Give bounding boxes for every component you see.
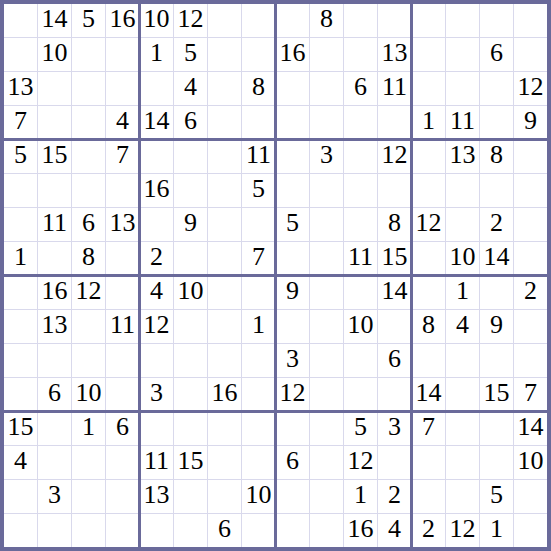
cell-r10c12[interactable]	[378, 310, 411, 343]
cell-r6c11[interactable]	[344, 174, 377, 207]
cell-r6c10[interactable]	[310, 174, 343, 207]
cell-r8c14[interactable]: 10	[446, 242, 479, 275]
cell-r9c13[interactable]	[412, 276, 445, 309]
cell-r4c4[interactable]: 4	[106, 106, 139, 139]
cell-r3c8[interactable]: 8	[242, 72, 275, 105]
cell-r1c9[interactable]	[276, 4, 309, 37]
cell-r4c12[interactable]	[378, 106, 411, 139]
cell-r5c11[interactable]	[344, 140, 377, 173]
cell-r16c4[interactable]	[106, 514, 139, 547]
cell-r11c2[interactable]	[38, 344, 71, 377]
cell-r12c8[interactable]	[242, 378, 275, 411]
cell-r8c4[interactable]	[106, 242, 139, 275]
cell-r8c13[interactable]	[412, 242, 445, 275]
cell-r14c4[interactable]	[106, 446, 139, 479]
cell-r2c5[interactable]: 1	[140, 38, 173, 71]
cell-r12c13[interactable]: 14	[412, 378, 445, 411]
cell-r6c5[interactable]: 16	[140, 174, 173, 207]
cell-r3c15[interactable]	[480, 72, 513, 105]
cell-r15c5[interactable]: 13	[140, 480, 173, 513]
cell-r6c14[interactable]	[446, 174, 479, 207]
cell-r16c16[interactable]	[514, 514, 547, 547]
cell-r16c6[interactable]	[174, 514, 207, 547]
cell-r8c9[interactable]	[276, 242, 309, 275]
cell-r6c1[interactable]	[4, 174, 37, 207]
cell-r13c11[interactable]: 5	[344, 412, 377, 445]
cell-r11c7[interactable]	[208, 344, 241, 377]
cell-r6c9[interactable]	[276, 174, 309, 207]
cell-r2c16[interactable]	[514, 38, 547, 71]
cell-r16c10[interactable]	[310, 514, 343, 547]
cell-r16c3[interactable]	[72, 514, 105, 547]
cell-r2c3[interactable]	[72, 38, 105, 71]
cell-r4c13[interactable]: 1	[412, 106, 445, 139]
cell-r4c9[interactable]	[276, 106, 309, 139]
cell-r4c10[interactable]	[310, 106, 343, 139]
cell-r14c13[interactable]	[412, 446, 445, 479]
cell-r7c10[interactable]	[310, 208, 343, 241]
cell-r3c2[interactable]	[38, 72, 71, 105]
cell-r12c11[interactable]	[344, 378, 377, 411]
cell-r5c8[interactable]: 11	[242, 140, 275, 173]
cell-r9c15[interactable]	[480, 276, 513, 309]
cell-r14c11[interactable]: 12	[344, 446, 377, 479]
cell-r1c12[interactable]	[378, 4, 411, 37]
cell-r13c16[interactable]: 14	[514, 412, 547, 445]
cell-r13c15[interactable]	[480, 412, 513, 445]
cell-r14c14[interactable]	[446, 446, 479, 479]
cell-r15c2[interactable]: 3	[38, 480, 71, 513]
cell-r2c1[interactable]	[4, 38, 37, 71]
cell-r9c16[interactable]: 2	[514, 276, 547, 309]
cell-r1c3[interactable]: 5	[72, 4, 105, 37]
cell-r2c4[interactable]	[106, 38, 139, 71]
cell-r5c15[interactable]: 8	[480, 140, 513, 173]
cell-r14c15[interactable]	[480, 446, 513, 479]
cell-r7c7[interactable]	[208, 208, 241, 241]
cell-r15c7[interactable]	[208, 480, 241, 513]
cell-r10c13[interactable]: 8	[412, 310, 445, 343]
cell-r4c8[interactable]	[242, 106, 275, 139]
cell-r9c5[interactable]: 4	[140, 276, 173, 309]
cell-r11c8[interactable]	[242, 344, 275, 377]
cell-r10c5[interactable]: 12	[140, 310, 173, 343]
cell-r13c1[interactable]: 15	[4, 412, 37, 445]
cell-r1c13[interactable]	[412, 4, 445, 37]
cell-r13c7[interactable]	[208, 412, 241, 445]
cell-r11c11[interactable]	[344, 344, 377, 377]
cell-r1c5[interactable]: 10	[140, 4, 173, 37]
cell-r3c13[interactable]	[412, 72, 445, 105]
cell-r3c4[interactable]	[106, 72, 139, 105]
cell-r8c5[interactable]: 2	[140, 242, 173, 275]
cell-r15c15[interactable]: 5	[480, 480, 513, 513]
cell-r5c14[interactable]: 13	[446, 140, 479, 173]
cell-r10c8[interactable]: 1	[242, 310, 275, 343]
cell-r12c9[interactable]: 12	[276, 378, 309, 411]
cell-r2c8[interactable]	[242, 38, 275, 71]
cell-r10c4[interactable]: 11	[106, 310, 139, 343]
cell-r16c5[interactable]	[140, 514, 173, 547]
cell-r13c14[interactable]	[446, 412, 479, 445]
cell-r3c14[interactable]	[446, 72, 479, 105]
cell-r15c11[interactable]: 1	[344, 480, 377, 513]
cell-r3c3[interactable]	[72, 72, 105, 105]
sudoku-grid: 1451610128101516136134861112741461119515…	[4, 4, 547, 547]
cell-r5c5[interactable]	[140, 140, 173, 173]
cell-r3c9[interactable]	[276, 72, 309, 105]
cell-r5c3[interactable]	[72, 140, 105, 173]
cell-r12c16[interactable]: 7	[514, 378, 547, 411]
cell-r8c3[interactable]: 8	[72, 242, 105, 275]
cell-r10c10[interactable]	[310, 310, 343, 343]
cell-r15c12[interactable]: 2	[378, 480, 411, 513]
cell-r9c11[interactable]	[344, 276, 377, 309]
cell-r6c4[interactable]	[106, 174, 139, 207]
cell-r12c10[interactable]	[310, 378, 343, 411]
cell-r15c10[interactable]	[310, 480, 343, 513]
cell-r9c4[interactable]	[106, 276, 139, 309]
cell-r3c16[interactable]: 12	[514, 72, 547, 105]
cell-r16c2[interactable]	[38, 514, 71, 547]
cell-r12c14[interactable]	[446, 378, 479, 411]
cell-r3c10[interactable]	[310, 72, 343, 105]
cell-r15c14[interactable]	[446, 480, 479, 513]
cell-r7c5[interactable]	[140, 208, 173, 241]
cell-r11c9[interactable]: 3	[276, 344, 309, 377]
cell-r1c15[interactable]	[480, 4, 513, 37]
cell-r11c15[interactable]	[480, 344, 513, 377]
cell-r2c2[interactable]: 10	[38, 38, 71, 71]
cell-r12c12[interactable]	[378, 378, 411, 411]
cell-r13c12[interactable]: 3	[378, 412, 411, 445]
cell-r7c16[interactable]	[514, 208, 547, 241]
cell-r8c10[interactable]	[310, 242, 343, 275]
cell-r1c14[interactable]	[446, 4, 479, 37]
cell-r2c14[interactable]	[446, 38, 479, 71]
cell-r13c13[interactable]: 7	[412, 412, 445, 445]
cell-r15c3[interactable]	[72, 480, 105, 513]
cell-r15c9[interactable]	[276, 480, 309, 513]
cell-r3c1[interactable]: 13	[4, 72, 37, 105]
cell-r15c1[interactable]	[4, 480, 37, 513]
cell-r4c3[interactable]	[72, 106, 105, 139]
cell-r10c11[interactable]: 10	[344, 310, 377, 343]
cell-r3c6[interactable]: 4	[174, 72, 207, 105]
cell-r16c15[interactable]: 1	[480, 514, 513, 547]
cell-r13c9[interactable]	[276, 412, 309, 445]
cell-r9c6[interactable]: 10	[174, 276, 207, 309]
cell-r9c10[interactable]	[310, 276, 343, 309]
cell-r14c16[interactable]: 10	[514, 446, 547, 479]
cell-r9c7[interactable]	[208, 276, 241, 309]
cell-r2c10[interactable]	[310, 38, 343, 71]
cell-r5c4[interactable]: 7	[106, 140, 139, 173]
cell-r1c1[interactable]	[4, 4, 37, 37]
cell-r1c11[interactable]	[344, 4, 377, 37]
cell-r6c2[interactable]	[38, 174, 71, 207]
cell-r5c9[interactable]	[276, 140, 309, 173]
cell-r8c7[interactable]	[208, 242, 241, 275]
cell-r1c2[interactable]: 14	[38, 4, 71, 37]
cell-r4c16[interactable]: 9	[514, 106, 547, 139]
cell-r9c3[interactable]: 12	[72, 276, 105, 309]
cell-r8c11[interactable]: 11	[344, 242, 377, 275]
cell-r2c7[interactable]	[208, 38, 241, 71]
cell-r13c5[interactable]	[140, 412, 173, 445]
cell-r4c15[interactable]	[480, 106, 513, 139]
cell-r9c14[interactable]: 1	[446, 276, 479, 309]
cell-r6c3[interactable]	[72, 174, 105, 207]
cell-r1c7[interactable]	[208, 4, 241, 37]
cell-r8c1[interactable]: 1	[4, 242, 37, 275]
cell-r14c5[interactable]: 11	[140, 446, 173, 479]
cell-r13c4[interactable]: 6	[106, 412, 139, 445]
cell-r12c1[interactable]	[4, 378, 37, 411]
cell-r12c4[interactable]	[106, 378, 139, 411]
cell-r7c9[interactable]: 5	[276, 208, 309, 241]
cell-r4c11[interactable]	[344, 106, 377, 139]
cell-r11c6[interactable]	[174, 344, 207, 377]
cell-r9c12[interactable]: 14	[378, 276, 411, 309]
cell-r1c10[interactable]: 8	[310, 4, 343, 37]
cell-r6c7[interactable]	[208, 174, 241, 207]
cell-r10c15[interactable]: 9	[480, 310, 513, 343]
cell-r4c2[interactable]	[38, 106, 71, 139]
cell-r10c16[interactable]	[514, 310, 547, 343]
cell-r12c3[interactable]: 10	[72, 378, 105, 411]
cell-r13c10[interactable]	[310, 412, 343, 445]
cell-r8c12[interactable]: 15	[378, 242, 411, 275]
sudoku-board: 1451610128101516136134861112741461119515…	[0, 0, 551, 551]
cell-r9c9[interactable]: 9	[276, 276, 309, 309]
cell-r4c5[interactable]: 14	[140, 106, 173, 139]
cell-r3c7[interactable]	[208, 72, 241, 105]
cell-r6c15[interactable]	[480, 174, 513, 207]
cell-r15c4[interactable]	[106, 480, 139, 513]
cell-r7c14[interactable]	[446, 208, 479, 241]
cell-r7c13[interactable]: 12	[412, 208, 445, 241]
cell-r1c6[interactable]: 12	[174, 4, 207, 37]
cell-r5c13[interactable]	[412, 140, 445, 173]
cell-r14c6[interactable]: 15	[174, 446, 207, 479]
cell-r2c11[interactable]	[344, 38, 377, 71]
cell-r6c6[interactable]	[174, 174, 207, 207]
cell-r14c9[interactable]: 6	[276, 446, 309, 479]
cell-r5c6[interactable]	[174, 140, 207, 173]
cell-r16c12[interactable]: 4	[378, 514, 411, 547]
cell-r8c16[interactable]	[514, 242, 547, 275]
cell-r7c11[interactable]	[344, 208, 377, 241]
cell-r2c6[interactable]: 5	[174, 38, 207, 71]
cell-r2c15[interactable]: 6	[480, 38, 513, 71]
cell-r9c8[interactable]	[242, 276, 275, 309]
cell-r15c8[interactable]: 10	[242, 480, 275, 513]
cell-r5c1[interactable]: 5	[4, 140, 37, 173]
cell-r5c16[interactable]	[514, 140, 547, 173]
cell-r10c9[interactable]	[276, 310, 309, 343]
cell-r11c14[interactable]	[446, 344, 479, 377]
cell-r12c6[interactable]	[174, 378, 207, 411]
cell-r1c4[interactable]: 16	[106, 4, 139, 37]
cell-r7c4[interactable]: 13	[106, 208, 139, 241]
cell-r6c13[interactable]	[412, 174, 445, 207]
cell-r13c3[interactable]: 1	[72, 412, 105, 445]
cell-r13c2[interactable]	[38, 412, 71, 445]
cell-r16c9[interactable]	[276, 514, 309, 547]
cell-r10c1[interactable]	[4, 310, 37, 343]
cell-r4c14[interactable]: 11	[446, 106, 479, 139]
cell-r11c3[interactable]	[72, 344, 105, 377]
cell-r14c12[interactable]	[378, 446, 411, 479]
cell-r10c6[interactable]	[174, 310, 207, 343]
cell-r16c11[interactable]: 16	[344, 514, 377, 547]
cell-r11c12[interactable]: 6	[378, 344, 411, 377]
cell-r12c2[interactable]: 6	[38, 378, 71, 411]
cell-r16c7[interactable]: 6	[208, 514, 241, 547]
cell-r2c13[interactable]	[412, 38, 445, 71]
cell-r14c2[interactable]	[38, 446, 71, 479]
cell-r16c13[interactable]: 2	[412, 514, 445, 547]
cell-r16c8[interactable]	[242, 514, 275, 547]
cell-r16c1[interactable]	[4, 514, 37, 547]
cell-r7c15[interactable]: 2	[480, 208, 513, 241]
cell-r5c7[interactable]	[208, 140, 241, 173]
cell-r7c3[interactable]: 6	[72, 208, 105, 241]
cell-r5c10[interactable]: 3	[310, 140, 343, 173]
cell-r12c7[interactable]: 16	[208, 378, 241, 411]
cell-r13c6[interactable]	[174, 412, 207, 445]
cell-r8c15[interactable]: 14	[480, 242, 513, 275]
cell-r6c8[interactable]: 5	[242, 174, 275, 207]
cell-r8c8[interactable]: 7	[242, 242, 275, 275]
cell-r1c16[interactable]	[514, 4, 547, 37]
cell-r11c16[interactable]	[514, 344, 547, 377]
cell-r11c13[interactable]	[412, 344, 445, 377]
cell-r10c3[interactable]	[72, 310, 105, 343]
cell-r10c2[interactable]: 13	[38, 310, 71, 343]
cell-r4c6[interactable]: 6	[174, 106, 207, 139]
cell-r7c8[interactable]	[242, 208, 275, 241]
cell-r7c2[interactable]: 11	[38, 208, 71, 241]
cell-r6c12[interactable]	[378, 174, 411, 207]
cell-r7c1[interactable]	[4, 208, 37, 241]
cell-r5c2[interactable]: 15	[38, 140, 71, 173]
cell-r9c2[interactable]: 16	[38, 276, 71, 309]
cell-r6c16[interactable]	[514, 174, 547, 207]
cell-r10c14[interactable]: 4	[446, 310, 479, 343]
cell-r4c7[interactable]	[208, 106, 241, 139]
cell-r1c8[interactable]	[242, 4, 275, 37]
cell-r14c1[interactable]: 4	[4, 446, 37, 479]
cell-r14c3[interactable]	[72, 446, 105, 479]
cell-r3c12[interactable]: 11	[378, 72, 411, 105]
cell-r11c1[interactable]	[4, 344, 37, 377]
cell-r14c7[interactable]	[208, 446, 241, 479]
cell-r11c4[interactable]	[106, 344, 139, 377]
cell-r3c5[interactable]	[140, 72, 173, 105]
cell-r8c6[interactable]	[174, 242, 207, 275]
cell-r11c10[interactable]	[310, 344, 343, 377]
cell-r4c1[interactable]: 7	[4, 106, 37, 139]
cell-r12c15[interactable]: 15	[480, 378, 513, 411]
cell-r9c1[interactable]	[4, 276, 37, 309]
cell-r11c5[interactable]	[140, 344, 173, 377]
cell-r14c8[interactable]	[242, 446, 275, 479]
cell-r15c16[interactable]	[514, 480, 547, 513]
cell-r7c6[interactable]: 9	[174, 208, 207, 241]
cell-r7c12[interactable]: 8	[378, 208, 411, 241]
cell-r13c8[interactable]	[242, 412, 275, 445]
cell-r2c9[interactable]: 16	[276, 38, 309, 71]
cell-r10c7[interactable]	[208, 310, 241, 343]
cell-r15c13[interactable]	[412, 480, 445, 513]
cell-r14c10[interactable]	[310, 446, 343, 479]
cell-r2c12[interactable]: 13	[378, 38, 411, 71]
cell-r12c5[interactable]: 3	[140, 378, 173, 411]
cell-r16c14[interactable]: 12	[446, 514, 479, 547]
cell-r5c12[interactable]: 12	[378, 140, 411, 173]
cell-r8c2[interactable]	[38, 242, 71, 275]
cell-r15c6[interactable]	[174, 480, 207, 513]
cell-r3c11[interactable]: 6	[344, 72, 377, 105]
